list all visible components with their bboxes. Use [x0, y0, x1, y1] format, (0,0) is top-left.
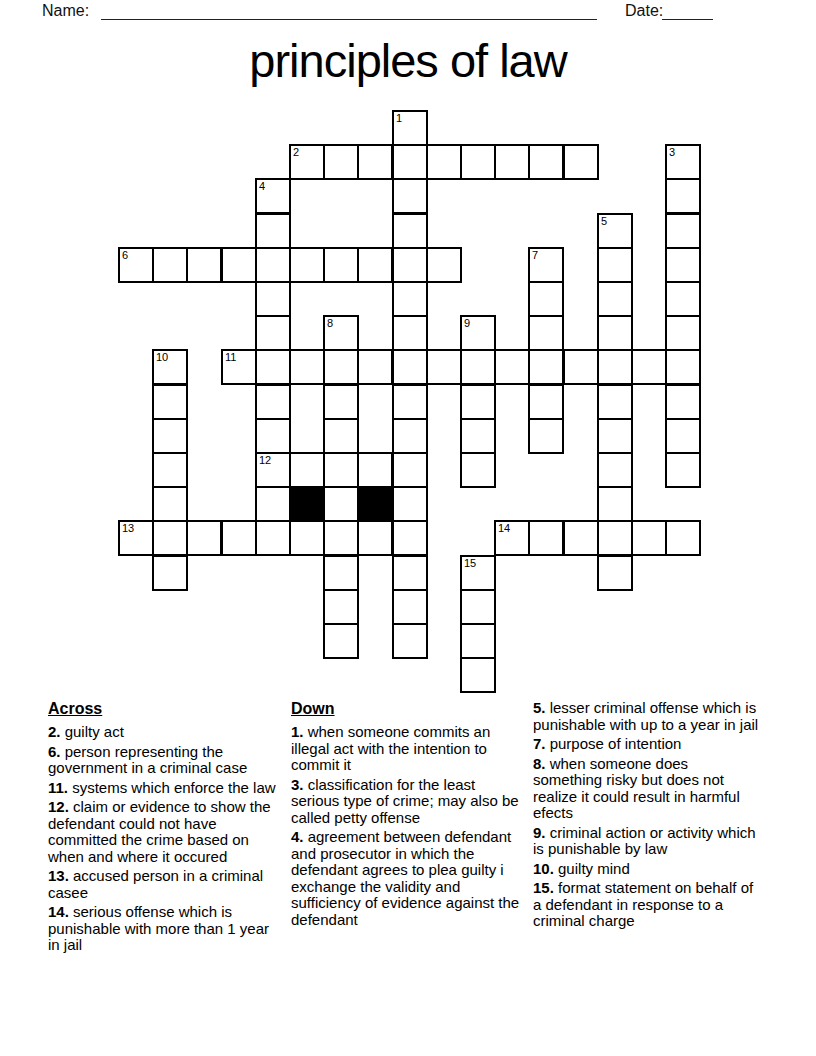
grid-cell[interactable] [392, 315, 428, 351]
grid-cell[interactable] [528, 384, 564, 420]
page-title: principles of law [0, 33, 816, 88]
grid-cell[interactable] [665, 452, 701, 488]
grid-cell[interactable] [323, 384, 359, 420]
date-label: Date: [625, 2, 663, 20]
clue-number-label: 10. [533, 860, 554, 877]
grid-cell[interactable] [597, 555, 633, 591]
grid-cell[interactable] [255, 418, 291, 454]
grid-cell[interactable] [357, 247, 393, 283]
grid-cell[interactable] [255, 315, 291, 351]
grid-cell[interactable] [597, 384, 633, 420]
grid-cell[interactable] [392, 486, 428, 522]
grid-cell[interactable] [289, 247, 325, 283]
grid-cell[interactable] [357, 520, 393, 556]
clue-number-label: 4. [291, 828, 304, 845]
grid-cell[interactable] [323, 623, 359, 659]
grid-cell[interactable] [528, 349, 564, 385]
grid-cell[interactable] [152, 247, 188, 283]
clue-item: 10. guilty mind [533, 861, 759, 878]
clue-number-label: 11. [48, 779, 68, 796]
grid-cell[interactable] [665, 520, 701, 556]
grid-cell[interactable] [255, 178, 291, 214]
grid-cell[interactable] [528, 418, 564, 454]
grid-cell[interactable] [597, 315, 633, 351]
grid-cell[interactable] [665, 418, 701, 454]
clue-number-label: 7. [533, 735, 546, 752]
grid-cell[interactable] [392, 418, 428, 454]
grid-cell[interactable] [152, 349, 188, 385]
clue-item: 12. claim or evidence to show the defend… [48, 799, 276, 865]
grid-cell[interactable] [289, 144, 325, 180]
grid-cell[interactable] [255, 213, 291, 249]
grid-cell[interactable] [563, 520, 599, 556]
grid-cell[interactable] [665, 178, 701, 214]
name-label: Name: [42, 2, 89, 20]
clue-item: 3. classification for the least serious … [291, 777, 527, 827]
grid-cell[interactable] [460, 623, 496, 659]
grid-cell[interactable] [255, 520, 291, 556]
grid-cell[interactable] [323, 486, 359, 522]
clue-number-label: 1. [291, 723, 304, 740]
grid-cell[interactable] [631, 520, 667, 556]
grid-cell[interactable] [392, 623, 428, 659]
grid-cell[interactable] [528, 520, 564, 556]
grid-cell[interactable] [460, 589, 496, 625]
clue-item: 14. serious offense which is punishable … [48, 904, 276, 954]
grid-cell[interactable] [118, 247, 154, 283]
grid-cell[interactable] [323, 520, 359, 556]
clue-number-label: 9. [533, 824, 546, 841]
clue-item: 11. systems which enforce the law [48, 780, 276, 797]
grid-cell[interactable] [392, 349, 428, 385]
blocked-cell [357, 486, 393, 522]
grid-cell[interactable] [528, 247, 564, 283]
clue-number-label: 15. [533, 879, 554, 896]
grid-cell[interactable] [118, 520, 154, 556]
down-clue-list-b: 5. lesser criminal offense which is puni… [533, 700, 759, 930]
grid-cell[interactable] [426, 247, 462, 283]
grid-cell[interactable] [255, 247, 291, 283]
clue-number-label: 8. [533, 755, 546, 772]
grid-cell[interactable] [426, 144, 462, 180]
grid-cell[interactable] [597, 418, 633, 454]
grid-cell[interactable] [665, 384, 701, 420]
down-clue-list-a: 1. when someone commits an illegal act w… [291, 724, 527, 928]
clue-item: 13. accused person in a criminal casee [48, 868, 276, 901]
clue-number-label: 6. [48, 743, 61, 760]
grid-cell[interactable] [528, 315, 564, 351]
grid-cell[interactable] [563, 144, 599, 180]
grid-cell[interactable] [357, 452, 393, 488]
clue-number-label: 2. [48, 723, 61, 740]
grid-cell[interactable] [152, 418, 188, 454]
grid-cell[interactable] [528, 281, 564, 317]
grid-cell[interactable] [494, 520, 530, 556]
grid-cell[interactable] [392, 213, 428, 249]
grid-cell[interactable] [323, 144, 359, 180]
grid-cell[interactable] [392, 384, 428, 420]
grid-cell[interactable] [494, 144, 530, 180]
grid-cell[interactable] [597, 349, 633, 385]
grid-cell[interactable] [323, 418, 359, 454]
grid-cell[interactable] [186, 520, 222, 556]
grid-cell[interactable] [289, 520, 325, 556]
grid-cell[interactable] [665, 213, 701, 249]
grid-cell[interactable] [392, 520, 428, 556]
grid-cell[interactable] [221, 349, 257, 385]
grid-cell[interactable] [665, 349, 701, 385]
grid-cell[interactable] [665, 144, 701, 180]
grid-cell[interactable] [460, 384, 496, 420]
grid-cell[interactable] [221, 520, 257, 556]
grid-cell[interactable] [392, 281, 428, 317]
grid-cell[interactable] [460, 349, 496, 385]
grid-cell[interactable] [289, 452, 325, 488]
grid-cell[interactable] [289, 349, 325, 385]
grid-cell[interactable] [392, 178, 428, 214]
grid-cell[interactable] [597, 213, 633, 249]
across-clue-list: 2. guilty act6. person representing the … [48, 724, 276, 954]
grid-cell[interactable] [597, 486, 633, 522]
grid-cell[interactable] [665, 315, 701, 351]
grid-cell[interactable] [323, 315, 359, 351]
grid-cell[interactable] [460, 418, 496, 454]
grid-cell[interactable] [494, 349, 530, 385]
grid-cell[interactable] [597, 520, 633, 556]
grid-cell[interactable] [563, 349, 599, 385]
grid-cell[interactable] [255, 349, 291, 385]
grid-cell[interactable] [152, 555, 188, 591]
grid-cell[interactable] [323, 589, 359, 625]
clue-item: 7. purpose of intention [533, 736, 759, 753]
clue-item: 15. format statement on behalf of a defe… [533, 880, 759, 930]
grid-cell[interactable] [323, 247, 359, 283]
grid-cell[interactable] [152, 384, 188, 420]
clue-item: 5. lesser criminal offense which is puni… [533, 700, 759, 733]
clue-number-label: 14. [48, 903, 69, 920]
date-blank-line[interactable] [662, 0, 713, 20]
grid-cell[interactable] [460, 452, 496, 488]
clue-item: 1. when someone commits an illegal act w… [291, 724, 527, 774]
grid-cell[interactable] [665, 281, 701, 317]
grid-cell[interactable] [460, 555, 496, 591]
clue-item: 6. person representing the government in… [48, 744, 276, 777]
grid-cell[interactable] [460, 315, 496, 351]
grid-cell[interactable] [152, 486, 188, 522]
clue-item: 9. criminal action or activity which is … [533, 825, 759, 858]
down-clues-column-1: Down 1. when someone commits an illegal … [291, 700, 527, 931]
clue-number-label: 12. [48, 798, 69, 815]
grid-cell[interactable] [323, 349, 359, 385]
grid-cell[interactable] [597, 281, 633, 317]
name-blank-line[interactable] [101, 0, 597, 20]
clue-item: 8. when someone does something risky but… [533, 756, 759, 822]
grid-cell[interactable] [460, 657, 496, 693]
grid-cell[interactable] [255, 281, 291, 317]
clue-item: 4. agreement between defendant and prose… [291, 829, 527, 928]
grid-cell[interactable] [597, 247, 633, 283]
grid-cell[interactable] [357, 144, 393, 180]
grid-cell[interactable] [631, 349, 667, 385]
grid-cell[interactable] [392, 144, 428, 180]
grid-cell[interactable] [186, 247, 222, 283]
grid-cell[interactable] [152, 520, 188, 556]
grid-cell[interactable] [392, 589, 428, 625]
grid-cell[interactable] [323, 555, 359, 591]
grid-cell[interactable] [528, 144, 564, 180]
clue-number-label: 3. [291, 776, 304, 793]
clue-item: 2. guilty act [48, 724, 276, 741]
grid-cell[interactable] [665, 247, 701, 283]
grid-cell[interactable] [460, 144, 496, 180]
across-clues-column: Across 2. guilty act6. person representi… [48, 700, 276, 957]
grid-cell[interactable] [357, 349, 393, 385]
clue-number-label: 13. [48, 867, 69, 884]
grid-cell[interactable] [392, 110, 428, 146]
crossword-grid: 123456789101112131415 [118, 110, 702, 694]
grid-cell[interactable] [597, 452, 633, 488]
blocked-cell [289, 486, 325, 522]
grid-cell[interactable] [255, 486, 291, 522]
grid-cell[interactable] [323, 452, 359, 488]
grid-cell[interactable] [392, 247, 428, 283]
grid-cell[interactable] [221, 247, 257, 283]
grid-cell[interactable] [255, 384, 291, 420]
clue-number-label: 5. [533, 699, 546, 716]
down-heading: Down [291, 700, 527, 718]
down-clues-column-2: 5. lesser criminal offense which is puni… [533, 700, 759, 933]
across-heading: Across [48, 700, 276, 718]
grid-cell[interactable] [426, 349, 462, 385]
grid-cell[interactable] [152, 452, 188, 488]
grid-cell[interactable] [392, 452, 428, 488]
crossword-worksheet: Name: Date: principles of law 1234567891… [0, 0, 816, 1056]
grid-cell[interactable] [255, 452, 291, 488]
grid-cell[interactable] [392, 555, 428, 591]
